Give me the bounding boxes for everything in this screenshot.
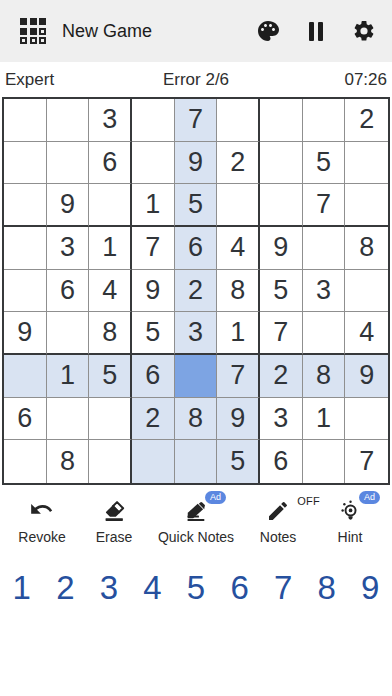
cell-r1c6[interactable]: [217, 99, 260, 142]
cell-r3c4[interactable]: 1: [132, 184, 175, 227]
cell-r5c8[interactable]: 3: [303, 270, 346, 313]
hint-button[interactable]: Ad Hint: [322, 498, 378, 545]
cell-r6c2[interactable]: [47, 312, 90, 355]
cell-r6c3[interactable]: 8: [89, 312, 132, 355]
cell-r2c9[interactable]: [345, 142, 388, 185]
cell-r1c4[interactable]: [132, 99, 175, 142]
cell-r2c2[interactable]: [47, 142, 90, 185]
menu-grid-icon[interactable]: [20, 18, 46, 44]
cell-r2c6[interactable]: 2: [217, 142, 260, 185]
cell-r1c2[interactable]: [47, 99, 90, 142]
cell-r9c8[interactable]: [303, 440, 346, 483]
cell-r5c7[interactable]: 5: [260, 270, 303, 313]
cell-r8c7[interactable]: 3: [260, 398, 303, 441]
cell-r8c6[interactable]: 9: [217, 398, 260, 441]
numkey-7[interactable]: 7: [261, 569, 305, 607]
cell-r2c4[interactable]: [132, 142, 175, 185]
cell-r2c5[interactable]: 9: [175, 142, 218, 185]
numkey-5[interactable]: 5: [174, 569, 218, 607]
ad-badge: Ad: [359, 491, 380, 504]
tool-label: Hint: [338, 529, 363, 545]
cell-r7c2[interactable]: 1: [47, 355, 90, 398]
cell-r7c8[interactable]: 8: [303, 355, 346, 398]
cell-r6c9[interactable]: 4: [345, 312, 388, 355]
cell-r8c8[interactable]: 1: [303, 398, 346, 441]
cell-r3c1[interactable]: [4, 184, 47, 227]
cell-r3c8[interactable]: 7: [303, 184, 346, 227]
eraser-icon: [101, 498, 127, 524]
error-counter: Error 2/6: [132, 70, 259, 90]
sudoku-app: New Game Expert Error 2/6 07:26 37269259…: [0, 0, 392, 696]
status-bar: Expert Error 2/6 07:26: [0, 62, 392, 97]
cell-r4c6[interactable]: 4: [217, 227, 260, 270]
cell-r6c7[interactable]: 7: [260, 312, 303, 355]
cell-r7c6[interactable]: 7: [217, 355, 260, 398]
cell-r4c1[interactable]: [4, 227, 47, 270]
cell-r2c8[interactable]: 5: [303, 142, 346, 185]
cell-r7c1[interactable]: [4, 355, 47, 398]
cell-r9c6[interactable]: 5: [217, 440, 260, 483]
cell-r1c5[interactable]: 7: [175, 99, 218, 142]
revoke-button[interactable]: Revoke: [14, 498, 70, 545]
ad-badge: Ad: [205, 491, 226, 504]
cell-r5c9[interactable]: [345, 270, 388, 313]
quick-notes-button[interactable]: Ad Quick Notes: [158, 498, 234, 545]
cell-r8c1[interactable]: 6: [4, 398, 47, 441]
palette-icon[interactable]: [256, 19, 280, 43]
cell-r6c5[interactable]: 3: [175, 312, 218, 355]
cell-r8c2[interactable]: [47, 398, 90, 441]
sudoku-board: 3726925915731764986492853985317415672896…: [2, 97, 390, 485]
cell-r2c1[interactable]: [4, 142, 47, 185]
cell-r7c3[interactable]: 5: [89, 355, 132, 398]
cell-r5c1[interactable]: [4, 270, 47, 313]
pen-icon: OFF: [266, 498, 290, 524]
cell-r3c6[interactable]: [217, 184, 260, 227]
cell-r8c3[interactable]: [89, 398, 132, 441]
cell-r9c2[interactable]: 8: [47, 440, 90, 483]
numkey-6[interactable]: 6: [218, 569, 262, 607]
undo-icon: [29, 498, 55, 524]
cell-r4c9[interactable]: 8: [345, 227, 388, 270]
cell-r4c5[interactable]: 6: [175, 227, 218, 270]
timer: 07:26: [260, 70, 387, 90]
cell-r9c1[interactable]: [4, 440, 47, 483]
cell-r7c9[interactable]: 9: [345, 355, 388, 398]
cell-r3c5[interactable]: 5: [175, 184, 218, 227]
tool-label: Revoke: [18, 529, 65, 545]
cell-r4c3[interactable]: 1: [89, 227, 132, 270]
cell-r7c4[interactable]: 6: [132, 355, 175, 398]
cell-r3c7[interactable]: [260, 184, 303, 227]
cell-r8c5[interactable]: 8: [175, 398, 218, 441]
cell-r4c8[interactable]: [303, 227, 346, 270]
cell-r9c9[interactable]: 7: [345, 440, 388, 483]
cell-r6c1[interactable]: 9: [4, 312, 47, 355]
page-title: New Game: [62, 21, 256, 42]
settings-gear-icon[interactable]: [352, 19, 376, 43]
notes-state: OFF: [297, 495, 320, 507]
numkey-3[interactable]: 3: [87, 569, 131, 607]
cell-r1c8[interactable]: [303, 99, 346, 142]
numkey-2[interactable]: 2: [44, 569, 88, 607]
numkey-8[interactable]: 8: [305, 569, 349, 607]
cell-r8c4[interactable]: 2: [132, 398, 175, 441]
difficulty-label: Expert: [5, 70, 132, 90]
cell-r5c5[interactable]: 2: [175, 270, 218, 313]
erase-button[interactable]: Erase: [86, 498, 142, 545]
cell-r1c7[interactable]: [260, 99, 303, 142]
cell-r7c7[interactable]: 2: [260, 355, 303, 398]
cell-r3c2[interactable]: 9: [47, 184, 90, 227]
tool-label: Notes: [260, 529, 297, 545]
cell-r9c3[interactable]: [89, 440, 132, 483]
tool-label: Quick Notes: [158, 529, 234, 545]
cell-r7c5[interactable]: [175, 355, 218, 398]
cell-r9c7[interactable]: 6: [260, 440, 303, 483]
tool-label: Erase: [96, 529, 133, 545]
cell-r6c8[interactable]: [303, 312, 346, 355]
cell-r1c9[interactable]: 2: [345, 99, 388, 142]
cell-r5c6[interactable]: 8: [217, 270, 260, 313]
cell-r3c3[interactable]: [89, 184, 132, 227]
cell-r2c3[interactable]: 6: [89, 142, 132, 185]
cell-r1c1[interactable]: [4, 99, 47, 142]
cell-r1c3[interactable]: 3: [89, 99, 132, 142]
cell-r4c2[interactable]: 3: [47, 227, 90, 270]
cell-r4c7[interactable]: 9: [260, 227, 303, 270]
cell-r8c9[interactable]: [345, 398, 388, 441]
cell-r6c4[interactable]: 5: [132, 312, 175, 355]
numkey-4[interactable]: 4: [131, 569, 175, 607]
pause-icon[interactable]: [304, 19, 328, 43]
cell-r5c3[interactable]: 4: [89, 270, 132, 313]
cell-r6c6[interactable]: 1: [217, 312, 260, 355]
number-pad: 1 2 3 4 5 6 7 8 9: [0, 569, 392, 607]
cell-r2c7[interactable]: [260, 142, 303, 185]
notes-button[interactable]: OFF Notes: [250, 498, 306, 545]
cell-r9c4[interactable]: [132, 440, 175, 483]
top-bar: New Game: [0, 0, 392, 62]
toolbar: Revoke Erase Ad Q: [0, 498, 392, 545]
pencil-notes-icon: Ad: [183, 498, 209, 524]
numkey-1[interactable]: 1: [0, 569, 44, 607]
lightbulb-icon: Ad: [337, 498, 363, 524]
cell-r5c4[interactable]: 9: [132, 270, 175, 313]
numkey-9[interactable]: 9: [349, 569, 392, 607]
cell-r9c5[interactable]: [175, 440, 218, 483]
cell-r5c2[interactable]: 6: [47, 270, 90, 313]
cell-r3c9[interactable]: [345, 184, 388, 227]
cell-r4c4[interactable]: 7: [132, 227, 175, 270]
